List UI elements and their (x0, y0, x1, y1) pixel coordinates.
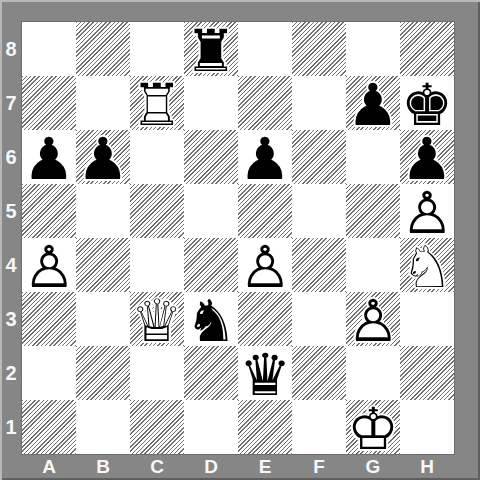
piece-white-pawn[interactable]: ♟♙ (346, 292, 400, 346)
black-pawn-icon: ♟ (76, 130, 130, 184)
piece-halo: ♞ (400, 238, 454, 292)
black-rook-icon: ♜ (184, 22, 238, 76)
board-frame: 87654321 ABCDEFGH ♜♜♜♖♟♟♚♚♟♟♟♟♟♟♟♟♟♙♟♙♟♙… (0, 0, 480, 480)
piece-white-pawn[interactable]: ♟♙ (400, 184, 454, 238)
square-e4[interactable]: ♟♙ (238, 238, 292, 292)
square-g2[interactable] (346, 346, 400, 400)
black-queen-icon: ♛ (238, 346, 292, 400)
square-h3[interactable] (400, 292, 454, 346)
piece-black-pawn[interactable]: ♟♟ (400, 130, 454, 184)
square-a1[interactable] (22, 400, 76, 454)
piece-halo: ♟ (238, 238, 292, 292)
square-b6[interactable]: ♟♟ (76, 130, 130, 184)
white-pawn-icon: ♙ (400, 184, 454, 238)
square-h4[interactable]: ♞♘ (400, 238, 454, 292)
rank-label-3: 3 (0, 292, 22, 346)
square-f4[interactable] (292, 238, 346, 292)
piece-white-pawn[interactable]: ♟♙ (22, 238, 76, 292)
square-h5[interactable]: ♟♙ (400, 184, 454, 238)
rank-label-5: 5 (0, 184, 22, 238)
piece-black-pawn[interactable]: ♟♟ (22, 130, 76, 184)
black-pawn-icon: ♟ (346, 76, 400, 130)
square-a2[interactable] (22, 346, 76, 400)
square-e5[interactable] (238, 184, 292, 238)
square-d1[interactable] (184, 400, 238, 454)
black-pawn-icon: ♟ (238, 130, 292, 184)
file-label-c: C (130, 454, 184, 480)
square-g5[interactable] (346, 184, 400, 238)
black-pawn-icon: ♟ (22, 130, 76, 184)
piece-white-pawn[interactable]: ♟♙ (238, 238, 292, 292)
square-c5[interactable] (130, 184, 184, 238)
white-king-icon: ♔ (346, 400, 400, 454)
square-b1[interactable] (76, 400, 130, 454)
square-d6[interactable] (184, 130, 238, 184)
white-queen-icon: ♕ (130, 292, 184, 346)
white-pawn-icon: ♙ (238, 238, 292, 292)
square-h1[interactable] (400, 400, 454, 454)
white-knight-icon: ♘ (400, 238, 454, 292)
file-label-f: F (292, 454, 346, 480)
square-h8[interactable] (400, 22, 454, 76)
square-e6[interactable]: ♟♟ (238, 130, 292, 184)
square-g6[interactable] (346, 130, 400, 184)
file-label-e: E (238, 454, 292, 480)
piece-black-pawn[interactable]: ♟♟ (346, 76, 400, 130)
square-e2[interactable]: ♛♛ (238, 346, 292, 400)
square-c3[interactable]: ♛♕ (130, 292, 184, 346)
black-knight-icon: ♞ (184, 292, 238, 346)
square-e1[interactable] (238, 400, 292, 454)
piece-halo: ♟ (22, 130, 76, 184)
square-c6[interactable] (130, 130, 184, 184)
piece-black-king[interactable]: ♚♚ (400, 76, 454, 130)
square-g8[interactable] (346, 22, 400, 76)
square-a3[interactable] (22, 292, 76, 346)
square-h7[interactable]: ♚♚ (400, 76, 454, 130)
square-h6[interactable]: ♟♟ (400, 130, 454, 184)
white-pawn-icon: ♙ (22, 238, 76, 292)
piece-black-pawn[interactable]: ♟♟ (76, 130, 130, 184)
black-king-icon: ♚ (400, 76, 454, 130)
piece-halo: ♟ (238, 130, 292, 184)
file-label-h: H (400, 454, 454, 480)
square-d8[interactable]: ♜♜ (184, 22, 238, 76)
square-a8[interactable] (22, 22, 76, 76)
piece-halo: ♟ (76, 130, 130, 184)
square-a5[interactable] (22, 184, 76, 238)
square-f5[interactable] (292, 184, 346, 238)
square-e3[interactable] (238, 292, 292, 346)
file-label-d: D (184, 454, 238, 480)
square-a7[interactable] (22, 76, 76, 130)
square-b5[interactable] (76, 184, 130, 238)
white-pawn-icon: ♙ (346, 292, 400, 346)
file-label-a: A (22, 454, 76, 480)
square-d5[interactable] (184, 184, 238, 238)
piece-white-rook[interactable]: ♜♖ (130, 76, 184, 130)
rank-label-7: 7 (0, 76, 22, 130)
piece-halo: ♞ (184, 292, 238, 346)
square-d4[interactable] (184, 238, 238, 292)
piece-white-knight[interactable]: ♞♘ (400, 238, 454, 292)
square-b4[interactable] (76, 238, 130, 292)
piece-halo: ♜ (130, 76, 184, 130)
piece-halo: ♟ (346, 292, 400, 346)
square-d2[interactable] (184, 346, 238, 400)
square-b8[interactable] (76, 22, 130, 76)
rank-label-8: 8 (0, 22, 22, 76)
file-label-b: B (76, 454, 130, 480)
square-b2[interactable] (76, 346, 130, 400)
square-f3[interactable] (292, 292, 346, 346)
square-d7[interactable] (184, 76, 238, 130)
rank-label-4: 4 (0, 238, 22, 292)
square-g1[interactable]: ♚♔ (346, 400, 400, 454)
file-label-g: G (346, 454, 400, 480)
square-c2[interactable] (130, 346, 184, 400)
piece-black-queen[interactable]: ♛♛ (238, 346, 292, 400)
chess-board: ♜♜♜♖♟♟♚♚♟♟♟♟♟♟♟♟♟♙♟♙♟♙♞♘♛♕♞♞♟♙♛♛♚♔ (22, 22, 454, 454)
square-f8[interactable] (292, 22, 346, 76)
square-c7[interactable]: ♜♖ (130, 76, 184, 130)
black-pawn-icon: ♟ (400, 130, 454, 184)
square-g7[interactable]: ♟♟ (346, 76, 400, 130)
piece-halo: ♛ (130, 292, 184, 346)
piece-halo: ♚ (400, 76, 454, 130)
piece-halo: ♟ (400, 184, 454, 238)
square-b7[interactable] (76, 76, 130, 130)
rank-label-6: 6 (0, 130, 22, 184)
square-f7[interactable] (292, 76, 346, 130)
square-a6[interactable]: ♟♟ (22, 130, 76, 184)
rank-label-1: 1 (0, 400, 22, 454)
square-a4[interactable]: ♟♙ (22, 238, 76, 292)
square-f6[interactable] (292, 130, 346, 184)
piece-white-queen[interactable]: ♛♕ (130, 292, 184, 346)
square-f2[interactable] (292, 346, 346, 400)
square-g4[interactable] (346, 238, 400, 292)
piece-halo: ♟ (346, 76, 400, 130)
square-b3[interactable] (76, 292, 130, 346)
piece-halo: ♟ (400, 130, 454, 184)
piece-white-king[interactable]: ♚♔ (346, 400, 400, 454)
rank-label-2: 2 (0, 346, 22, 400)
square-d3[interactable]: ♞♞ (184, 292, 238, 346)
square-c1[interactable] (130, 400, 184, 454)
piece-halo: ♛ (238, 346, 292, 400)
square-f1[interactable] (292, 400, 346, 454)
square-c8[interactable] (130, 22, 184, 76)
square-h2[interactable] (400, 346, 454, 400)
square-g3[interactable]: ♟♙ (346, 292, 400, 346)
piece-halo: ♟ (22, 238, 76, 292)
piece-halo: ♜ (184, 22, 238, 76)
square-e8[interactable] (238, 22, 292, 76)
piece-black-rook[interactable]: ♜♜ (184, 22, 238, 76)
white-rook-icon: ♖ (130, 76, 184, 130)
square-c4[interactable] (130, 238, 184, 292)
piece-black-knight[interactable]: ♞♞ (184, 292, 238, 346)
piece-halo: ♚ (346, 400, 400, 454)
piece-black-pawn[interactable]: ♟♟ (238, 130, 292, 184)
square-e7[interactable] (238, 76, 292, 130)
